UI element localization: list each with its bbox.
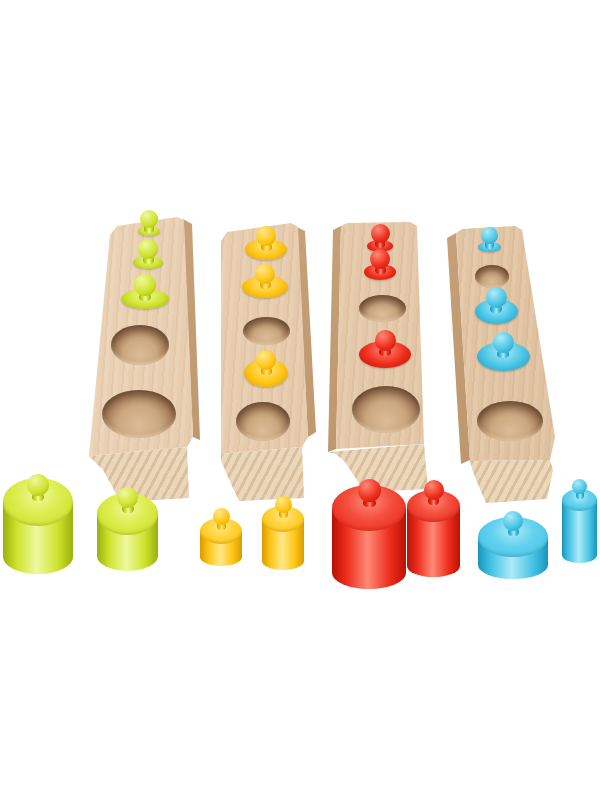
- loose-cylinder-red-large[interactable]: [332, 479, 406, 589]
- cylinder-blue-in-socket-4[interactable]: [477, 332, 530, 371]
- knob: [572, 479, 587, 494]
- socket-blue-5-empty[interactable]: [477, 401, 543, 441]
- knob: [503, 511, 523, 531]
- loose-cylinder-yellow-small[interactable]: [200, 508, 242, 566]
- knob-group: [477, 332, 530, 371]
- knob-group: [475, 287, 518, 324]
- knob: [481, 227, 498, 244]
- product-photo-cylinder-blocks: [0, 0, 600, 800]
- knob: [275, 496, 292, 513]
- cylinder-block-blue: [0, 0, 600, 800]
- loose-cylinder-yellow-medium[interactable]: [262, 496, 304, 570]
- cylinder-blue-in-socket-1[interactable]: [478, 227, 501, 252]
- knob: [213, 508, 230, 525]
- socket-blue-2-empty[interactable]: [475, 265, 509, 288]
- blue-block-top-face: [0, 0, 600, 800]
- knob: [27, 474, 49, 496]
- loose-cylinder-green-large[interactable]: [3, 474, 73, 574]
- knob: [486, 287, 507, 308]
- loose-cylinder-red-medium[interactable]: [407, 480, 460, 577]
- loose-cylinder-blue-narrow-tall[interactable]: [562, 479, 597, 563]
- loose-cylinder-green-medium[interactable]: [97, 487, 158, 571]
- knob: [117, 487, 138, 508]
- knob: [358, 479, 381, 502]
- cylinder-blue-in-socket-3[interactable]: [475, 287, 518, 324]
- loose-cylinder-blue-wide-flat[interactable]: [478, 511, 548, 579]
- knob-group: [478, 227, 501, 252]
- knob: [493, 332, 514, 353]
- knob: [424, 480, 444, 500]
